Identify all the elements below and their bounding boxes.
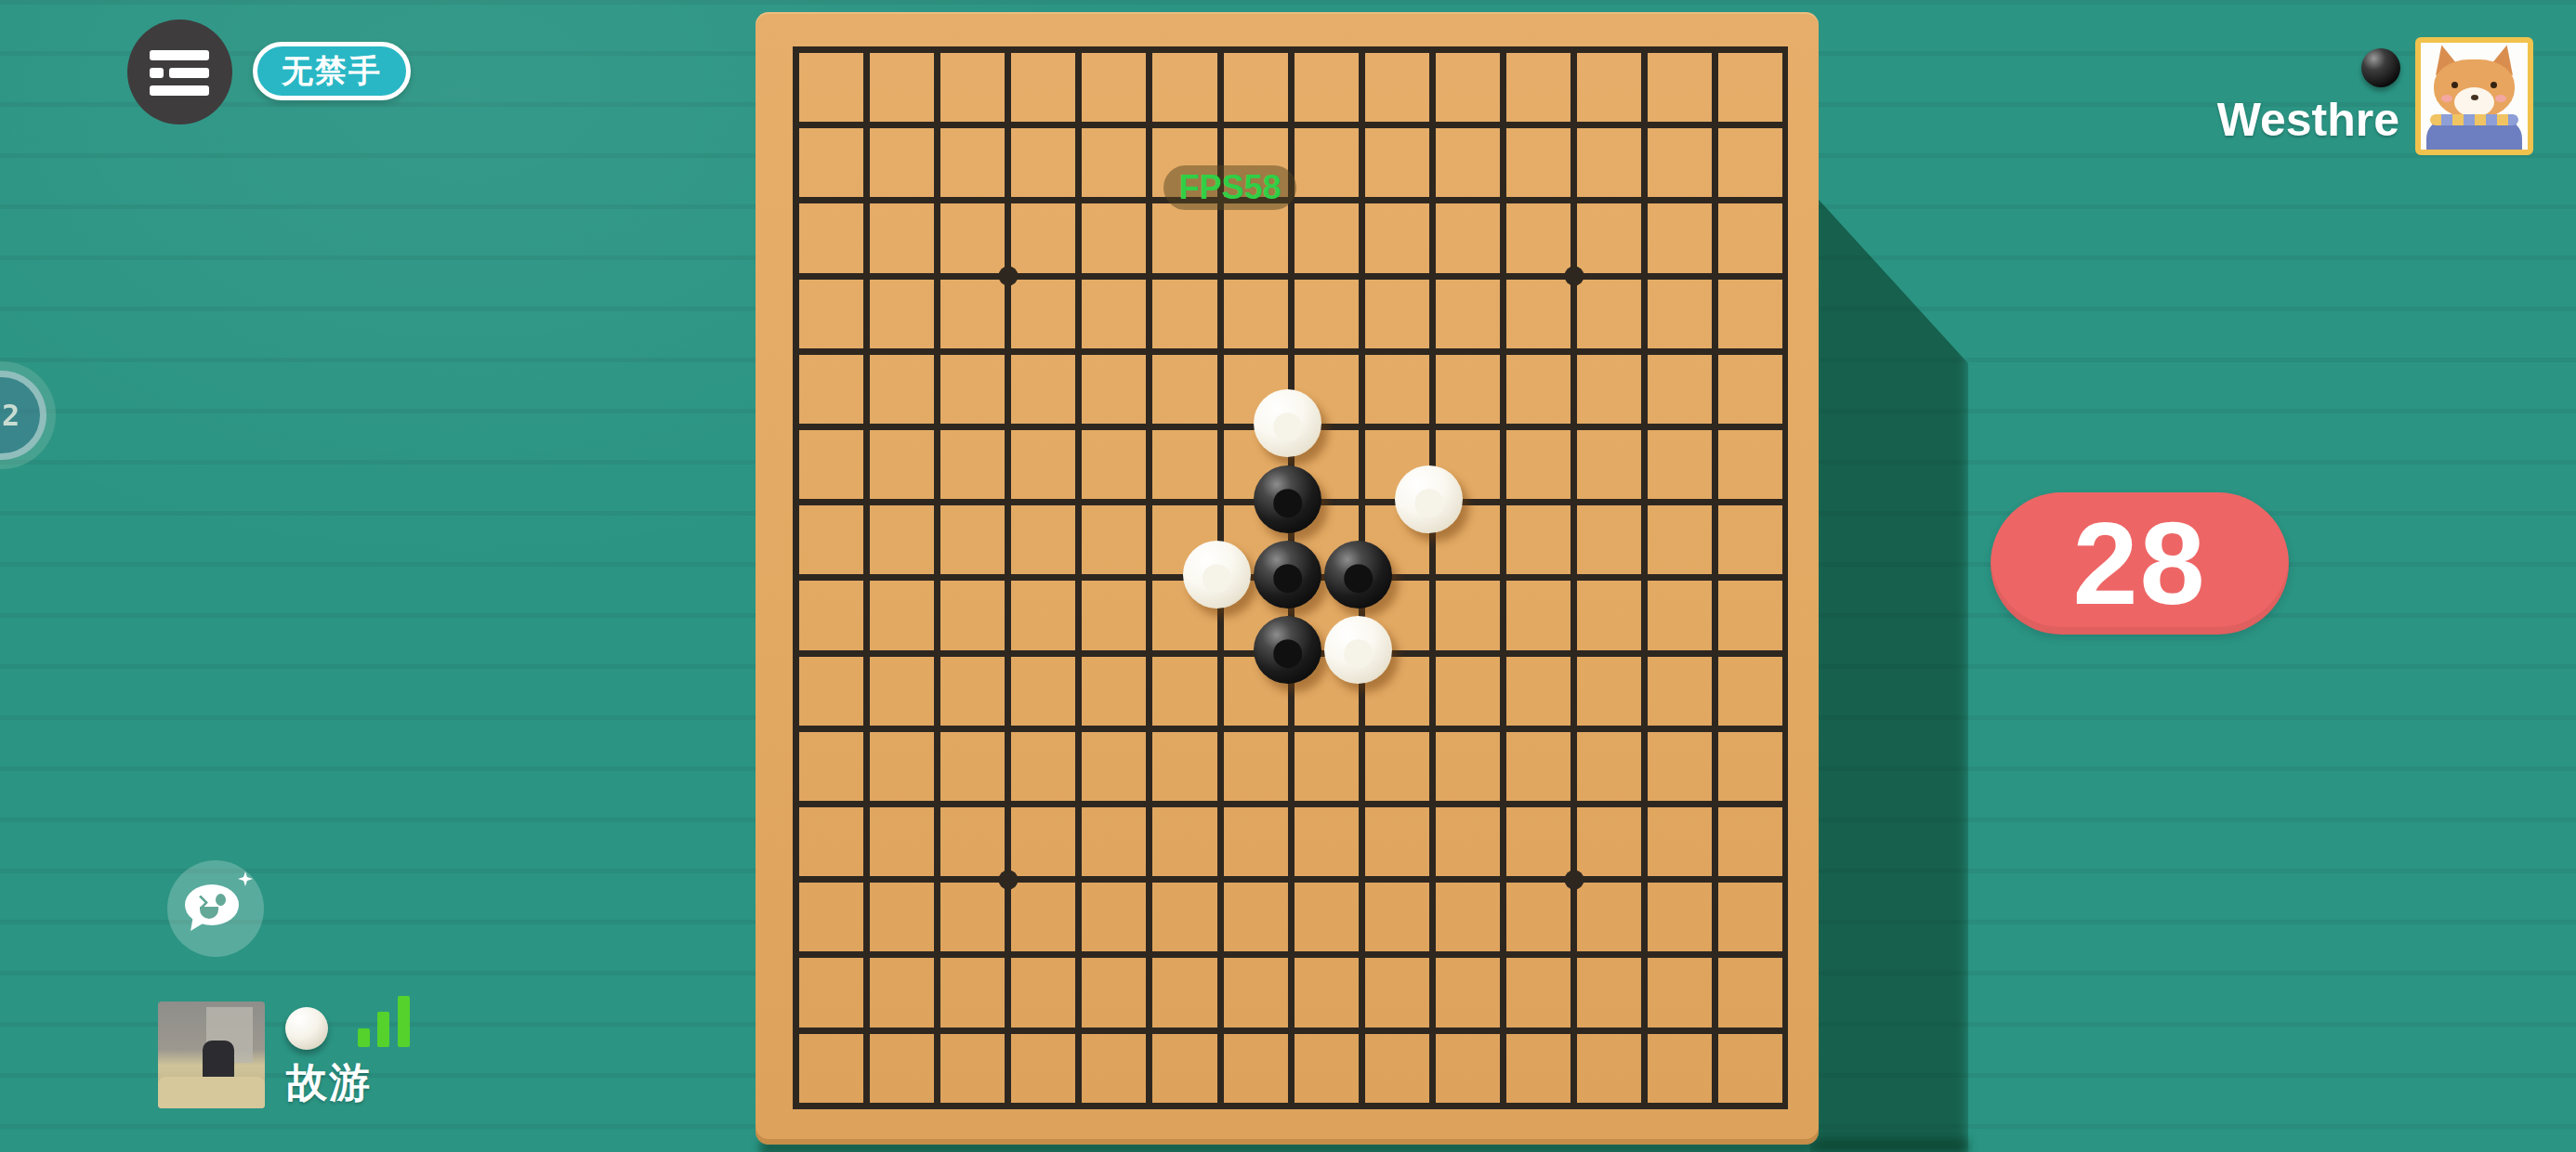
side-clock-widget: 22 [0, 361, 56, 469]
fps-indicator: FPS58 [1163, 165, 1296, 210]
black-stone: ● [1324, 541, 1392, 609]
signal-bar [398, 996, 410, 1047]
hamburger-icon [150, 50, 209, 97]
rule-badge-label: 无禁手 [282, 50, 382, 93]
game-screen: ●●●●●●●● FPS58 无禁手 22 28 Westhre [0, 0, 2576, 1152]
board-cast-shadow-right [1810, 190, 1968, 1152]
signal-bar [358, 1028, 370, 1047]
fps-label: FPS58 [1178, 168, 1281, 207]
fox-avatar-illustration [2421, 43, 2528, 150]
player-name: 故游 [286, 1055, 372, 1110]
rule-badge: 无禁手 [253, 42, 411, 100]
opponent-name: Westhre [2119, 93, 2399, 147]
side-clock-value: 22 [0, 398, 22, 433]
player-avatar[interactable] [158, 1001, 265, 1108]
white-stone: ● [1254, 389, 1321, 457]
white-stone: ● [1183, 541, 1251, 609]
black-stone: ● [1254, 616, 1321, 684]
menu-button[interactable] [127, 20, 232, 124]
opponent-avatar[interactable] [2415, 37, 2533, 155]
player-stone-color-icon [285, 1007, 328, 1050]
black-stone: ● [1254, 541, 1321, 609]
side-clock-ring: 22 [0, 371, 46, 460]
chat-bubble-icon [185, 884, 239, 925]
white-stone: ● [1395, 465, 1463, 533]
white-stone: ● [1324, 616, 1392, 684]
chat-button[interactable] [167, 860, 264, 957]
sparkle-icon [238, 871, 253, 886]
move-timer-badge: 28 [1991, 492, 2289, 635]
signal-bar [377, 1012, 389, 1047]
move-timer-value: 28 [2072, 496, 2206, 631]
signal-strength-icon [358, 996, 414, 1047]
black-stone: ● [1254, 465, 1321, 533]
opponent-stone-color-icon [2361, 48, 2400, 87]
